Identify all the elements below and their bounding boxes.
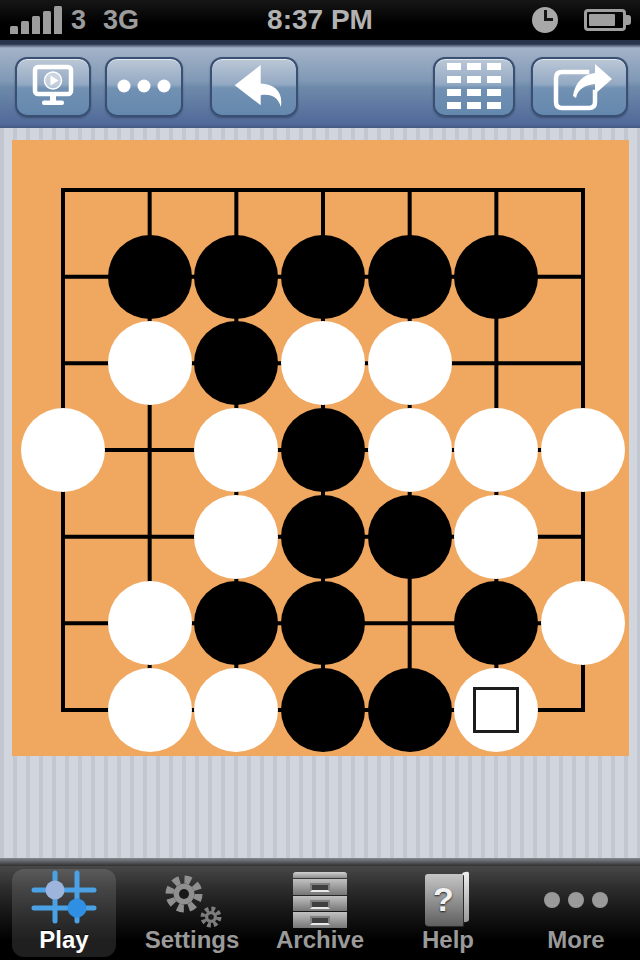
- more-ellipsis-icon: [512, 870, 640, 930]
- undo-button[interactable]: [210, 57, 298, 117]
- tab-more-label: More: [547, 926, 604, 954]
- gears-icon: [128, 870, 256, 930]
- question-mark-glyph: ?: [433, 880, 454, 919]
- white-stone: [194, 495, 278, 579]
- white-stone: [108, 321, 192, 405]
- black-stone: [281, 495, 365, 579]
- tab-bar-separator: [0, 858, 640, 866]
- tab-archive-label: Archive: [276, 926, 364, 954]
- go-board[interactable]: [12, 140, 629, 756]
- tab-settings[interactable]: Settings: [128, 866, 256, 960]
- book-question-icon: ?: [384, 870, 512, 930]
- more-options-button[interactable]: [105, 57, 183, 117]
- tab-more[interactable]: More: [512, 866, 640, 960]
- presentation-button[interactable]: [15, 57, 91, 117]
- white-stone: [194, 668, 278, 752]
- black-stone: [368, 495, 452, 579]
- grid-list-icon: [446, 62, 502, 113]
- white-stone: [454, 495, 538, 579]
- black-stone: [281, 668, 365, 752]
- black-stone: [108, 235, 192, 319]
- monitor-play-icon: [29, 63, 77, 112]
- black-stone: [194, 235, 278, 319]
- alarm-clock-icon: [532, 7, 558, 33]
- white-stone: [108, 581, 192, 665]
- tab-help-label: Help: [422, 926, 474, 954]
- go-board-icon: [0, 870, 128, 930]
- moves-grid-button[interactable]: [433, 57, 515, 117]
- battery-icon: [584, 9, 626, 31]
- white-stone: [541, 581, 625, 665]
- tab-play-label: Play: [39, 926, 88, 954]
- black-stone: [281, 235, 365, 319]
- black-stone: [454, 235, 538, 319]
- share-icon: [547, 60, 613, 115]
- white-stone: [108, 668, 192, 752]
- white-stone: [281, 321, 365, 405]
- iphone-screen: 3 3G 8:37 PM: [0, 0, 640, 960]
- content-area: [0, 128, 640, 858]
- white-stone: [454, 668, 538, 752]
- black-stone: [368, 668, 452, 752]
- toolbar: [0, 40, 640, 128]
- tab-play[interactable]: Play: [0, 866, 128, 960]
- status-bar: 3 3G 8:37 PM: [0, 0, 640, 40]
- black-stone: [281, 408, 365, 492]
- tab-bar: Play Settings: [0, 866, 640, 960]
- white-stone: [21, 408, 105, 492]
- tab-archive[interactable]: Archive: [256, 866, 384, 960]
- white-stone: [368, 408, 452, 492]
- undo-arrow-icon: [223, 60, 285, 115]
- tab-help[interactable]: ? Help: [384, 866, 512, 960]
- ellipsis-icon: [115, 76, 173, 99]
- file-cabinet-icon: [256, 870, 384, 930]
- tab-settings-label: Settings: [145, 926, 240, 954]
- black-stone: [281, 581, 365, 665]
- last-move-marker: [473, 687, 519, 733]
- white-stone: [194, 408, 278, 492]
- black-stone: [368, 235, 452, 319]
- white-stone: [541, 408, 625, 492]
- white-stone: [368, 321, 452, 405]
- white-stone: [454, 408, 538, 492]
- share-button[interactable]: [531, 57, 628, 117]
